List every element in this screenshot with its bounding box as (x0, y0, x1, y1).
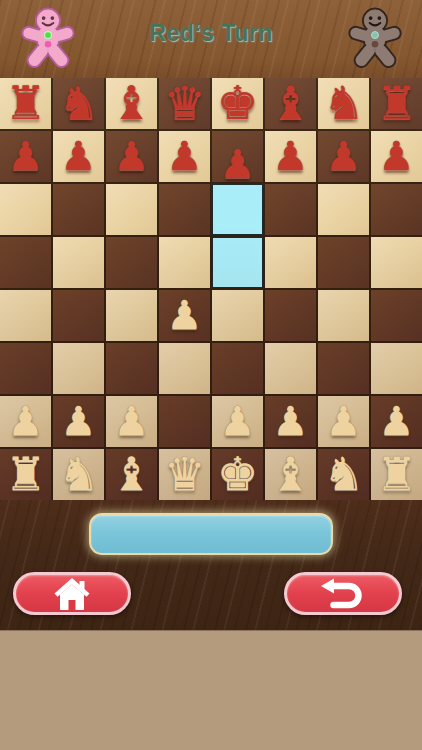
square-h4[interactable] (371, 290, 422, 341)
square-a3[interactable] (0, 343, 51, 394)
white-rook-h1[interactable]: ♜ (376, 451, 417, 497)
square-e4[interactable] (212, 290, 263, 341)
square-h6[interactable] (371, 184, 422, 235)
square-c1[interactable]: ♝ (106, 449, 157, 500)
square-d3[interactable] (159, 343, 210, 394)
square-b2[interactable]: ♟ (53, 396, 104, 447)
red-pawn-g7[interactable]: ♟ (326, 136, 362, 176)
square-a7[interactable]: ♟ (0, 131, 51, 182)
square-f8[interactable]: ♝ (265, 78, 316, 129)
red-bishop-f8[interactable]: ♝ (270, 80, 311, 126)
white-pawn-a2[interactable]: ♟ (8, 401, 44, 441)
square-h5[interactable] (371, 237, 422, 288)
square-b7[interactable]: ♟ (53, 131, 104, 182)
square-f3[interactable] (265, 343, 316, 394)
square-e6[interactable] (212, 184, 263, 235)
square-d8[interactable]: ♛ (159, 78, 210, 129)
square-f6[interactable] (265, 184, 316, 235)
home-icon (52, 577, 92, 611)
square-c2[interactable]: ♟ (106, 396, 157, 447)
square-f4[interactable] (265, 290, 316, 341)
square-f1[interactable]: ♝ (265, 449, 316, 500)
red-pawn-e7[interactable]: ♟ (220, 144, 256, 184)
square-c5[interactable] (106, 237, 157, 288)
square-f2[interactable]: ♟ (265, 396, 316, 447)
square-b8[interactable]: ♞ (53, 78, 104, 129)
square-c8[interactable]: ♝ (106, 78, 157, 129)
chess-app-screen: Red‘s Turn (0, 0, 422, 750)
red-rook-h8[interactable]: ♜ (376, 80, 417, 126)
red-pawn-h7[interactable]: ♟ (379, 136, 415, 176)
square-c3[interactable] (106, 343, 157, 394)
white-knight-g1[interactable]: ♞ (323, 451, 364, 497)
red-bishop-c8[interactable]: ♝ (111, 80, 152, 126)
white-bishop-c1[interactable]: ♝ (111, 451, 152, 497)
white-queen-d1[interactable]: ♛ (164, 451, 205, 497)
square-b1[interactable]: ♞ (53, 449, 104, 500)
red-knight-g8[interactable]: ♞ (323, 80, 364, 126)
undo-icon (320, 578, 366, 610)
square-g7[interactable]: ♟ (318, 131, 369, 182)
square-g8[interactable]: ♞ (318, 78, 369, 129)
square-d1[interactable]: ♛ (159, 449, 210, 500)
white-pawn-c2[interactable]: ♟ (114, 401, 150, 441)
square-h2[interactable]: ♟ (371, 396, 422, 447)
white-bishop-f1[interactable]: ♝ (270, 451, 311, 497)
square-e3[interactable] (212, 343, 263, 394)
square-f7[interactable]: ♟ (265, 131, 316, 182)
square-g2[interactable]: ♟ (318, 396, 369, 447)
red-pawn-a7[interactable]: ♟ (8, 136, 44, 176)
red-rook-a8[interactable]: ♜ (5, 80, 46, 126)
square-d5[interactable] (159, 237, 210, 288)
square-e5[interactable] (212, 237, 263, 288)
square-f5[interactable] (265, 237, 316, 288)
square-b4[interactable] (53, 290, 104, 341)
square-e1[interactable]: ♚ (212, 449, 263, 500)
square-a2[interactable]: ♟ (0, 396, 51, 447)
white-rook-a1[interactable]: ♜ (5, 451, 46, 497)
red-king-e8[interactable]: ♚ (217, 80, 258, 126)
red-queen-d8[interactable]: ♛ (164, 80, 205, 126)
white-pawn-f2[interactable]: ♟ (273, 401, 309, 441)
square-d4[interactable]: ♟ (159, 290, 210, 341)
square-e2[interactable]: ♟ (212, 396, 263, 447)
gingerbread-pink-icon (17, 5, 79, 69)
undo-button[interactable] (284, 572, 402, 615)
red-knight-b8[interactable]: ♞ (58, 80, 99, 126)
status-bar (89, 513, 333, 555)
white-knight-b1[interactable]: ♞ (58, 451, 99, 497)
gingerbread-gray-icon (344, 5, 406, 69)
home-button[interactable] (13, 572, 131, 615)
square-g3[interactable] (318, 343, 369, 394)
square-a8[interactable]: ♜ (0, 78, 51, 129)
square-e7[interactable]: ♟ (212, 131, 263, 182)
square-c7[interactable]: ♟ (106, 131, 157, 182)
square-g1[interactable]: ♞ (318, 449, 369, 500)
bottom-area (0, 630, 422, 750)
square-a5[interactable] (0, 237, 51, 288)
square-g5[interactable] (318, 237, 369, 288)
white-pawn-e2[interactable]: ♟ (220, 401, 256, 441)
square-d7[interactable]: ♟ (159, 131, 210, 182)
square-g6[interactable] (318, 184, 369, 235)
square-b3[interactable] (53, 343, 104, 394)
square-a1[interactable]: ♜ (0, 449, 51, 500)
square-d2[interactable] (159, 396, 210, 447)
square-h3[interactable] (371, 343, 422, 394)
square-c4[interactable] (106, 290, 157, 341)
square-g4[interactable] (318, 290, 369, 341)
chess-board: ♜♞♝♛♚♝♞♜♟♟♟♟♟♟♟♟♟♟♟♟♟♟♟♟♜♞♝♛♚♝♞♜ (0, 78, 422, 500)
white-pawn-h2[interactable]: ♟ (379, 401, 415, 441)
white-king-e1[interactable]: ♚ (217, 451, 258, 497)
square-d6[interactable] (159, 184, 210, 235)
red-pawn-d7[interactable]: ♟ (167, 136, 203, 176)
red-pawn-c7[interactable]: ♟ (114, 136, 150, 176)
white-pawn-d4[interactable]: ♟ (167, 295, 203, 335)
square-e8[interactable]: ♚ (212, 78, 263, 129)
square-b5[interactable] (53, 237, 104, 288)
square-a6[interactable] (0, 184, 51, 235)
square-h7[interactable]: ♟ (371, 131, 422, 182)
red-pawn-f7[interactable]: ♟ (273, 136, 309, 176)
square-h1[interactable]: ♜ (371, 449, 422, 500)
red-pawn-b7[interactable]: ♟ (61, 136, 97, 176)
white-pawn-g2[interactable]: ♟ (326, 401, 362, 441)
square-b6[interactable] (53, 184, 104, 235)
square-c6[interactable] (106, 184, 157, 235)
square-h8[interactable]: ♜ (371, 78, 422, 129)
white-pawn-b2[interactable]: ♟ (61, 401, 97, 441)
square-a4[interactable] (0, 290, 51, 341)
